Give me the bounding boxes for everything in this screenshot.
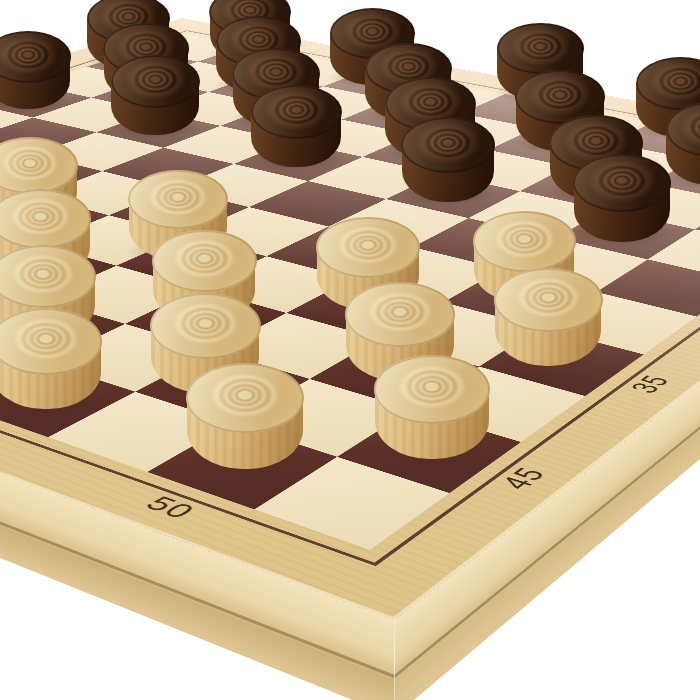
piece-top-rings <box>374 355 490 424</box>
piece-top-rings <box>497 23 584 75</box>
piece-top-rings <box>186 363 304 433</box>
piece-top-rings <box>251 85 342 139</box>
piece-top-rings <box>345 282 455 347</box>
dark-man-square-16[interactable] <box>0 31 71 108</box>
piece-top-rings <box>494 268 603 333</box>
piece-top-rings <box>316 217 420 279</box>
piece-top-rings <box>111 55 200 108</box>
piece-top-rings <box>573 154 671 212</box>
light-man-square-45[interactable] <box>374 355 490 459</box>
piece-top-rings <box>152 230 257 292</box>
light-man-square-49[interactable] <box>0 308 102 409</box>
piece-top-rings <box>401 117 495 173</box>
dark-man-square-20[interactable] <box>573 154 671 242</box>
dark-man-square-18[interactable] <box>251 85 342 167</box>
piece-top-rings <box>150 293 261 359</box>
pieces-layer <box>0 0 700 700</box>
photo-canvas: 49 50 45 35 <box>0 0 700 700</box>
light-man-square-35[interactable] <box>494 268 603 366</box>
dark-man-square-17[interactable] <box>111 55 200 135</box>
dark-man-square-19[interactable] <box>401 117 495 202</box>
piece-top-rings <box>128 170 228 229</box>
piece-top-rings <box>473 211 576 272</box>
light-man-square-50[interactable] <box>186 363 304 469</box>
